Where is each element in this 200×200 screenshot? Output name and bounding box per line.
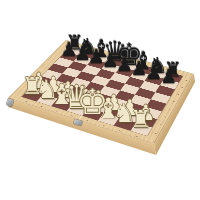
frame-nail-dot (119, 130, 121, 131)
frame-nail-dot (164, 116, 166, 117)
frame-nail-dot (86, 120, 88, 121)
frame-nail-dot (177, 94, 179, 95)
frame-nail-dot (136, 135, 138, 136)
frame-nail-dot (181, 87, 183, 88)
frame-nail-dot (173, 101, 175, 102)
frame-nail-dot (159, 124, 161, 125)
frame-nail-dot (25, 101, 27, 102)
frame-nail-dot (185, 80, 187, 81)
chess-set-photo: ♜♞♟♝♟♛♟♚♟♝♟♞♟♜♟♟♟♟♜♟♞♟♝♟♛♟♚♟♝♟♞♜ (0, 0, 200, 200)
frame-nail-dot (154, 133, 156, 134)
frame-nail-dot (40, 106, 42, 107)
frame-nail-dot (71, 115, 73, 116)
board-squares-grid (22, 46, 183, 136)
frame-nail-dot (103, 125, 105, 126)
frame-nail-dot (168, 108, 170, 109)
frame-nail-dot (55, 110, 57, 111)
